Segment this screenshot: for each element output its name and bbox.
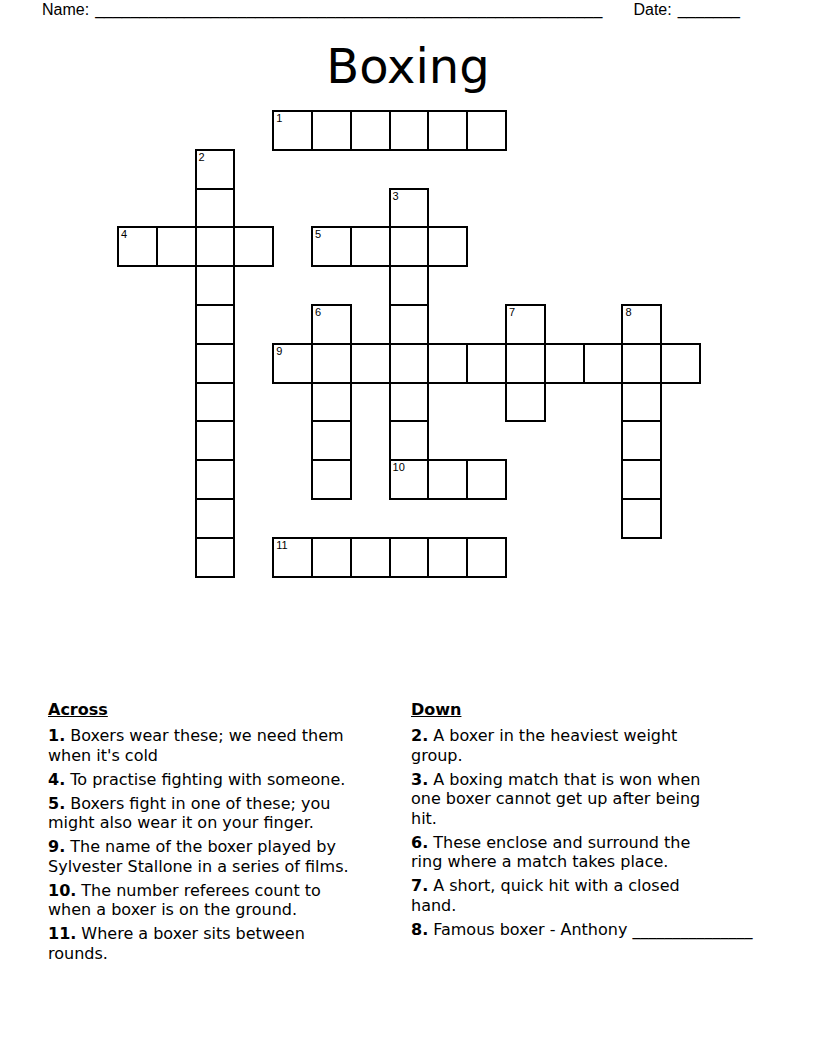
grid-cell[interactable]: 8 — [621, 304, 662, 345]
clue-number: 4 — [121, 228, 127, 240]
grid-cell[interactable] — [427, 226, 468, 267]
grid-cell[interactable] — [466, 537, 507, 578]
across-clues: Across 1.Boxers wear these; we need them… — [48, 700, 411, 968]
grid-cell[interactable] — [389, 382, 430, 423]
worksheet-header: Name: __________________________________… — [42, 0, 740, 20]
clue-text: The number referees count to when a boxe… — [48, 881, 321, 920]
crossword-grid: 1234567891011 — [117, 110, 702, 580]
clue-number: 7 — [509, 306, 515, 318]
clue-number: 6. — [411, 833, 428, 852]
clue-number: 6 — [315, 306, 321, 318]
grid-cell[interactable] — [195, 265, 236, 306]
clue-number: 9. — [48, 837, 65, 856]
grid-cell[interactable]: 3 — [389, 188, 430, 229]
clue-number: 1. — [48, 726, 65, 745]
clue-down-2: 2.A boxer in the heaviest weight group. — [411, 726, 762, 765]
grid-cell[interactable] — [350, 343, 391, 384]
grid-cell[interactable] — [660, 343, 701, 384]
grid-cell[interactable]: 2 — [195, 149, 236, 190]
grid-cell[interactable] — [466, 459, 507, 500]
clue-text: Boxers wear these; we need them when it'… — [48, 726, 344, 765]
grid-cell[interactable] — [311, 537, 352, 578]
clue-number: 10 — [393, 461, 405, 473]
grid-cell[interactable] — [427, 343, 468, 384]
clue-across-10: 10.The number referees count to when a b… — [48, 881, 411, 920]
date-group: Date: _______ — [633, 0, 740, 20]
clue-text: The name of the boxer played by Sylveste… — [48, 837, 349, 876]
grid-cell[interactable] — [621, 420, 662, 461]
grid-cell[interactable] — [311, 382, 352, 423]
grid-cell[interactable] — [583, 343, 624, 384]
grid-cell[interactable] — [350, 537, 391, 578]
worksheet-page: Name: __________________________________… — [0, 0, 816, 1056]
grid-cell[interactable] — [195, 304, 236, 345]
date-blank-line[interactable]: _______ — [678, 0, 740, 20]
down-clues: Down 2.A boxer in the heaviest weight gr… — [411, 700, 762, 968]
puzzle-title: Boxing — [0, 36, 816, 96]
clue-number: 3 — [393, 190, 399, 202]
clue-down-3: 3.A boxing match that is won when one bo… — [411, 770, 762, 829]
grid-cell[interactable] — [505, 343, 546, 384]
clue-text: Where a boxer sits between rounds. — [48, 924, 305, 963]
clue-text: These enclose and surround the ring wher… — [411, 833, 690, 872]
grid-cell[interactable] — [195, 226, 236, 267]
grid-cell[interactable]: 10 — [389, 459, 430, 500]
grid-cell[interactable] — [311, 459, 352, 500]
clue-number: 4. — [48, 770, 65, 789]
grid-cell[interactable]: 4 — [117, 226, 158, 267]
clue-down-7: 7.A short, quick hit with a closed hand. — [411, 876, 762, 915]
grid-cell[interactable] — [195, 343, 236, 384]
clue-number: 5 — [315, 228, 321, 240]
clue-number: 7. — [411, 876, 428, 895]
clue-number: 5. — [48, 794, 65, 813]
grid-cell[interactable]: 7 — [505, 304, 546, 345]
clue-number: 10. — [48, 881, 76, 900]
clue-number: 9 — [276, 345, 282, 357]
clue-across-5: 5.Boxers fight in one of these; you migh… — [48, 794, 411, 833]
clue-text: Boxers fight in one of these; you might … — [48, 794, 330, 833]
grid-cell[interactable]: 5 — [311, 226, 352, 267]
clue-down-6: 6.These enclose and surround the ring wh… — [411, 833, 762, 872]
name-blank-line[interactable]: ________________________________________… — [95, 0, 602, 20]
grid-cell[interactable] — [350, 226, 391, 267]
grid-cell[interactable]: 6 — [311, 304, 352, 345]
grid-cell[interactable]: 9 — [272, 343, 313, 384]
clue-across-1: 1.Boxers wear these; we need them when i… — [48, 726, 411, 765]
clue-down-8: 8.Famous boxer - Anthony _______________ — [411, 920, 762, 940]
grid-cell[interactable] — [195, 382, 236, 423]
grid-cell[interactable] — [195, 188, 236, 229]
grid-cell[interactable] — [466, 110, 507, 151]
clues-section: Across 1.Boxers wear these; we need them… — [48, 700, 762, 968]
name-label: Name: — [42, 0, 89, 20]
grid-cell[interactable] — [311, 343, 352, 384]
clue-across-11: 11.Where a boxer sits between rounds. — [48, 924, 411, 963]
clue-text: To practise fighting with someone. — [70, 770, 345, 789]
grid-cell[interactable] — [156, 226, 197, 267]
grid-cell[interactable]: 1 — [272, 110, 313, 151]
clue-number: 3. — [411, 770, 428, 789]
clue-text: Famous boxer - Anthony _______________ — [433, 920, 752, 939]
grid-cell[interactable] — [389, 537, 430, 578]
across-header: Across — [48, 700, 411, 720]
grid-cell[interactable] — [195, 537, 236, 578]
grid-cell[interactable] — [427, 459, 468, 500]
grid-cell[interactable] — [505, 382, 546, 423]
grid-cell[interactable] — [621, 498, 662, 539]
grid-cell[interactable] — [350, 110, 391, 151]
clue-number: 8 — [625, 306, 631, 318]
grid-cell[interactable]: 11 — [272, 537, 313, 578]
date-label: Date: — [633, 0, 671, 20]
grid-cell[interactable] — [389, 265, 430, 306]
clue-text: A boxing match that is won when one boxe… — [411, 770, 700, 828]
clue-number: 1 — [276, 112, 282, 124]
grid-cell[interactable] — [195, 420, 236, 461]
grid-cell[interactable] — [195, 459, 236, 500]
grid-cell[interactable] — [427, 537, 468, 578]
grid-cell[interactable] — [389, 226, 430, 267]
grid-cell[interactable] — [544, 343, 585, 384]
grid-cell[interactable] — [621, 382, 662, 423]
clue-number: 2 — [199, 151, 205, 163]
grid-cell[interactable] — [195, 498, 236, 539]
clue-text: A short, quick hit with a closed hand. — [411, 876, 680, 915]
grid-cell[interactable] — [389, 304, 430, 345]
grid-cell[interactable] — [621, 459, 662, 500]
down-header: Down — [411, 700, 762, 720]
grid-cell[interactable] — [389, 420, 430, 461]
clue-number: 8. — [411, 920, 428, 939]
clue-number: 11 — [276, 539, 287, 551]
grid-cell[interactable] — [311, 420, 352, 461]
grid-cell[interactable] — [621, 343, 662, 384]
grid-cell[interactable] — [389, 110, 430, 151]
clue-number: 2. — [411, 726, 428, 745]
grid-cell[interactable] — [233, 226, 274, 267]
clue-across-9: 9.The name of the boxer played by Sylves… — [48, 837, 411, 876]
clue-across-4: 4.To practise fighting with someone. — [48, 770, 411, 790]
grid-cell[interactable] — [311, 110, 352, 151]
clue-text: A boxer in the heaviest weight group. — [411, 726, 677, 765]
clue-number: 11. — [48, 924, 76, 943]
grid-cell[interactable] — [427, 110, 468, 151]
grid-cell[interactable] — [466, 343, 507, 384]
grid-cell[interactable] — [389, 343, 430, 384]
